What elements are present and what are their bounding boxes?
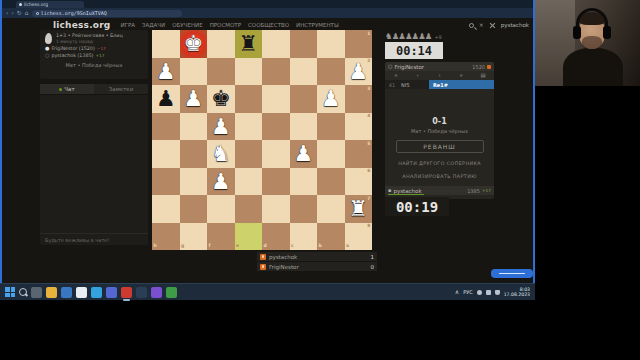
file-label: c (291, 244, 294, 249)
taskbar-app-icon-5[interactable] (91, 287, 102, 298)
browser-toolbar: ‹ › ↻ ⌂ lichess.org/9SnIuXTVAQ (2, 8, 533, 18)
square-b8[interactable]: b (317, 223, 345, 251)
lichess-page: lichess.org ИГРАЗАДАЧИОБУЧЕНИЕПРОСМОТРСО… (2, 18, 533, 283)
tab-chat[interactable]: Чат (40, 84, 94, 94)
square-h2[interactable]: ♟ (152, 58, 180, 86)
square-g6[interactable] (180, 168, 208, 196)
square-f3[interactable]: ♚ (207, 85, 235, 113)
square-a4[interactable]: 4 (345, 113, 373, 141)
square-a7[interactable]: ♜7 (345, 195, 373, 223)
site-favicon (19, 3, 22, 6)
rank-label: 6 (367, 169, 370, 174)
result-score: 0-1 (385, 117, 494, 126)
nav-item-инструменты[interactable]: ИНСТРУМЕНТЫ (296, 22, 339, 28)
chat-online-dot (59, 88, 62, 91)
nav-item-обучение[interactable]: ОБУЧЕНИЕ (172, 22, 202, 28)
score-table: pystachok1FrigiNestor0 (257, 252, 377, 272)
notification-pill[interactable] (491, 269, 533, 278)
white-clock: 00:14 (385, 42, 443, 59)
black-clock: 00:19 (385, 197, 449, 216)
headphones-band-icon (576, 8, 608, 26)
taskbar-clock[interactable]: 8:03 17.08.2023 (504, 287, 530, 298)
rank-label: 7 (367, 197, 370, 202)
square-f4[interactable]: ♟ (207, 113, 235, 141)
file-label: e (236, 244, 239, 249)
taskbar-app-icon-9[interactable] (151, 287, 162, 298)
square-d8[interactable]: d (262, 223, 290, 251)
chat-tab-label: Чат (64, 86, 74, 92)
analyze-link[interactable]: АНАЛИЗИРОВАТЬ ПАРТИЮ (385, 174, 494, 179)
nav-item-задачи[interactable]: ЗАДАЧИ (142, 22, 165, 28)
square-g7[interactable] (180, 195, 208, 223)
black-move-selected[interactable]: Re1# (429, 80, 494, 89)
nav-item-просмотр[interactable]: ПРОСМОТР (210, 22, 241, 28)
nav-item-сообщество[interactable]: СООБЩЕСТВО (248, 22, 289, 28)
square-c3[interactable] (290, 85, 318, 113)
lichess-logo[interactable]: lichess.org (53, 20, 110, 30)
square-d3[interactable] (262, 85, 290, 113)
player-status-icon: ○ (388, 64, 392, 69)
rank-label: 3 (367, 87, 370, 92)
top-player-rating: 1520 (472, 64, 485, 70)
square-f2[interactable] (207, 58, 235, 86)
white-piece[interactable]: ♟ (207, 113, 235, 141)
tray-shield-icon[interactable] (486, 290, 491, 295)
captured-pawn-icon: ♟ (425, 32, 433, 41)
square-f5[interactable]: ♞ (207, 140, 235, 168)
top-player-bar[interactable]: ○ FrigiNestor 1520 (385, 62, 494, 71)
chat-messages (40, 95, 148, 233)
square-c6[interactable] (290, 168, 318, 196)
player-flair-icon (260, 254, 266, 260)
browser-window: lichess.org ‹ › ↻ ⌂ lichess.org/9SnIuXTV… (0, 0, 535, 283)
black-player-name: pystachok (1385) (51, 53, 93, 58)
file-label: d (264, 244, 267, 249)
square-b4[interactable] (317, 113, 345, 141)
score-value: 1 (371, 254, 375, 260)
prev-move-button[interactable]: ‹ (407, 71, 429, 80)
back-button[interactable]: ‹ (6, 10, 8, 16)
white-piece[interactable]: ♟ (317, 85, 345, 113)
square-b5[interactable] (317, 140, 345, 168)
white-piece[interactable]: ♚ (180, 30, 208, 58)
system-tray: ∧ РУС 8:03 17.08.2023 (455, 287, 530, 298)
blitz-flame-icon (45, 33, 53, 44)
new-opponent-link[interactable]: НАЙТИ ДРУГОГО СОПЕРНИКА (385, 161, 494, 166)
tray-volume-icon[interactable] (495, 290, 500, 295)
taskbar-app-icon-2[interactable] (46, 287, 57, 298)
black-player-line[interactable]: ○ pystachok (1385) +17 (45, 53, 143, 58)
square-h6[interactable] (152, 168, 180, 196)
square-c4[interactable] (290, 113, 318, 141)
header-right: × pystachok (469, 22, 529, 29)
url-bar[interactable]: lichess.org/9SnIuXTVAQ (32, 10, 182, 17)
rank-label: 4 (367, 114, 370, 119)
square-f7[interactable] (207, 195, 235, 223)
taskbar-app-icon-3[interactable] (61, 287, 72, 298)
square-d2[interactable] (262, 58, 290, 86)
chess-board[interactable]: ♚♜1♟♟2♟♟♚♟3♟4♞♟5♟6♜7hgfedcba8 (152, 30, 372, 250)
bottom-player-bar[interactable]: ▪ pystachok 1385 +17 (385, 186, 494, 195)
square-e8[interactable]: e (235, 223, 263, 251)
score-row[interactable]: pystachok1 (257, 252, 377, 261)
square-g8[interactable]: g (180, 223, 208, 251)
square-g5[interactable] (180, 140, 208, 168)
square-a3[interactable]: 3 (345, 85, 373, 113)
notes-tab-label: Заметки (109, 86, 134, 92)
search-icon[interactable] (469, 23, 474, 28)
tab-title: lichess.org (24, 2, 48, 7)
square-c5[interactable]: ♟ (290, 140, 318, 168)
tray-network-icon[interactable] (477, 290, 482, 295)
square-e2[interactable] (235, 58, 263, 86)
black-rating-delta: +17 (95, 53, 104, 58)
forward-button[interactable]: › (11, 10, 13, 16)
move-number: 41 (385, 80, 399, 89)
taskbar-app-icon-4[interactable] (76, 287, 87, 298)
square-a2[interactable]: ♟2 (345, 58, 373, 86)
game-time-ago: 1 минуту назад (56, 39, 123, 44)
white-piece[interactable]: ♟ (180, 85, 208, 113)
close-icon[interactable]: × (479, 22, 484, 28)
score-value: 0 (371, 264, 375, 270)
webcam-feed (535, 0, 640, 86)
game-mode: 1+3 • Рейтинговая • Блиц (56, 33, 123, 38)
white-player-line[interactable]: ● FrigiNestor (1520) −17 (45, 46, 143, 51)
last-move-button[interactable]: » (450, 71, 472, 80)
white-color-icon: ● (45, 46, 49, 51)
first-move-button[interactable]: « (385, 71, 407, 80)
square-a8[interactable]: a8 (345, 223, 373, 251)
bottom-player-name: pystachok (393, 188, 421, 194)
player-flair-icon (260, 264, 266, 270)
square-e1[interactable]: ♜ (235, 30, 263, 58)
white-rating-delta: −17 (97, 46, 106, 51)
square-b1[interactable] (317, 30, 345, 58)
screenshot-stage: lichess.org ‹ › ↻ ⌂ lichess.org/9SnIuXTV… (0, 0, 640, 360)
main-nav: ИГРАЗАДАЧИОБУЧЕНИЕПРОСМОТРСООБЩЕСТВОИНСТ… (120, 22, 338, 28)
square-b6[interactable] (317, 168, 345, 196)
square-f6[interactable]: ♟ (207, 168, 235, 196)
square-g4[interactable] (180, 113, 208, 141)
square-e3[interactable] (235, 85, 263, 113)
white-piece[interactable]: ♟ (207, 168, 235, 196)
square-d5[interactable] (262, 140, 290, 168)
file-label: f (209, 244, 211, 249)
square-b3[interactable]: ♟ (317, 85, 345, 113)
windows-taskbar: ∧ РУС 8:03 17.08.2023 (0, 283, 535, 300)
chat-input[interactable]: Будьте вежливы в чате! (40, 233, 148, 245)
black-piece[interactable]: ♚ (207, 85, 235, 113)
taskbar-app-icon-7[interactable] (121, 287, 132, 298)
square-c2[interactable] (290, 58, 318, 86)
square-a5[interactable]: 5 (345, 140, 373, 168)
white-move[interactable]: Nf5 (399, 80, 429, 89)
headphone-cup-icon (573, 26, 581, 39)
file-label: h (154, 244, 157, 249)
file-label: a (346, 244, 349, 249)
nav-item-игра[interactable]: ИГРА (120, 22, 135, 28)
square-d7[interactable] (262, 195, 290, 223)
top-player-name: FrigiNestor (394, 64, 424, 70)
taskbar-app-icon-10[interactable] (166, 287, 177, 298)
padlock-icon (36, 12, 39, 15)
chat-box: Чат Заметки Будьте вежливы в чате! (40, 84, 148, 245)
square-e6[interactable] (235, 168, 263, 196)
square-a6[interactable]: 6 (345, 168, 373, 196)
material-advantage: +9 (434, 34, 441, 40)
move-list-row: 41 Nf5 Re1# (385, 80, 494, 89)
white-piece[interactable]: ♟ (152, 58, 180, 86)
square-h7[interactable] (152, 195, 180, 223)
browser-tab[interactable]: lichess.org (16, 1, 84, 8)
square-a1[interactable]: 1 (345, 30, 373, 58)
analysis-board-button[interactable]: ▤ (472, 71, 494, 80)
rank-label: 2 (367, 59, 370, 64)
reload-button[interactable]: ↻ (17, 10, 22, 16)
headphone-cup-icon (603, 26, 611, 39)
home-button[interactable]: ⌂ (25, 10, 29, 16)
taskbar-app-icon-6[interactable] (106, 287, 117, 298)
rank-label: 5 (367, 142, 370, 147)
captured-material-row: ♞♟♟♟♟♟♟+9 (385, 32, 494, 41)
streamer-beard (582, 36, 602, 49)
square-h1[interactable] (152, 30, 180, 58)
right-panel: ♞♟♟♟♟♟♟+9 00:14 ○ FrigiNestor 1520 «‹›»▤… (385, 30, 494, 41)
white-piece[interactable]: ♟ (290, 140, 318, 168)
tab-notes[interactable]: Заметки (94, 84, 148, 94)
square-d6[interactable] (262, 168, 290, 196)
square-g1[interactable]: ♚ (180, 30, 208, 58)
black-piece[interactable]: ♟ (152, 85, 180, 113)
square-e5[interactable] (235, 140, 263, 168)
square-b7[interactable] (317, 195, 345, 223)
square-f8[interactable]: f (207, 223, 235, 251)
taskbar-date: 17.08.2023 (504, 292, 530, 298)
bottom-player-rating: 1385 (467, 188, 480, 194)
rematch-button[interactable]: РЕВАНШ (396, 140, 484, 153)
rank-label: 8 (367, 224, 370, 229)
game-info-box: 1+3 • Рейтинговая • Блиц 1 минуту назад … (40, 30, 148, 79)
taskbar-search-icon[interactable] (19, 288, 27, 296)
square-d1[interactable] (262, 30, 290, 58)
square-h4[interactable] (152, 113, 180, 141)
square-b2[interactable] (317, 58, 345, 86)
black-piece[interactable]: ♜ (235, 30, 263, 58)
square-c7[interactable] (290, 195, 318, 223)
game-result-text: Мат • Победа чёрных (45, 62, 143, 68)
square-g2[interactable] (180, 58, 208, 86)
black-color-icon: ○ (45, 53, 49, 58)
taskbar-app-icon-1[interactable] (31, 287, 42, 298)
next-move-button[interactable]: › (429, 71, 451, 80)
browser-tab-bar: lichess.org (2, 0, 533, 8)
square-h3[interactable]: ♟ (152, 85, 180, 113)
taskbar-app-icon-8[interactable] (136, 287, 147, 298)
file-label: b (319, 244, 322, 249)
move-nav-buttons: «‹›»▤ (385, 71, 494, 80)
white-player-name: FrigiNestor (1520) (51, 46, 94, 51)
challenges-icon[interactable] (489, 22, 496, 29)
square-d4[interactable] (262, 113, 290, 141)
bottom-rating-delta: +17 (482, 188, 491, 193)
square-g3[interactable]: ♟ (180, 85, 208, 113)
square-f1[interactable] (207, 30, 235, 58)
player-status-icon: ▪ (388, 188, 391, 193)
square-h8[interactable]: h (152, 223, 180, 251)
chat-tabs: Чат Заметки (40, 84, 148, 95)
hidden-icons-chevron[interactable]: ∧ (455, 289, 459, 295)
result-description: Мат • Победа чёрных (385, 128, 494, 134)
file-label: g (181, 244, 184, 249)
square-c8[interactable]: c (290, 223, 318, 251)
square-c1[interactable] (290, 30, 318, 58)
url-text: lichess.org/9SnIuXTVAQ (41, 10, 107, 16)
language-indicator[interactable]: РУС (463, 289, 473, 295)
logged-in-username[interactable]: pystachok (501, 22, 529, 28)
square-e4[interactable] (235, 113, 263, 141)
game-controls-panel: ○ FrigiNestor 1520 «‹›»▤ 41 Nf5 Re1# 0-1… (385, 62, 494, 199)
start-button[interactable] (5, 287, 15, 297)
score-player-name: pystachok (269, 254, 368, 260)
streamer-body (563, 48, 623, 86)
score-player-name: FrigiNestor (269, 264, 368, 270)
score-row[interactable]: FrigiNestor0 (257, 262, 377, 271)
square-h5[interactable] (152, 140, 180, 168)
square-e7[interactable] (235, 195, 263, 223)
rank-label: 1 (367, 32, 370, 37)
white-piece[interactable]: ♞ (207, 140, 235, 168)
top-player-flair-icon (487, 65, 491, 69)
